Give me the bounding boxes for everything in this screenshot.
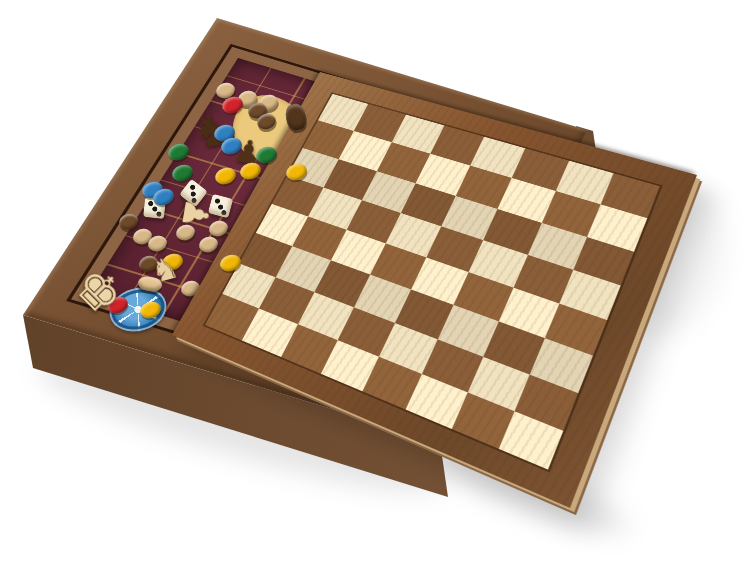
product-photo-scene: ♞♟♟♞♚ <box>0 0 750 562</box>
